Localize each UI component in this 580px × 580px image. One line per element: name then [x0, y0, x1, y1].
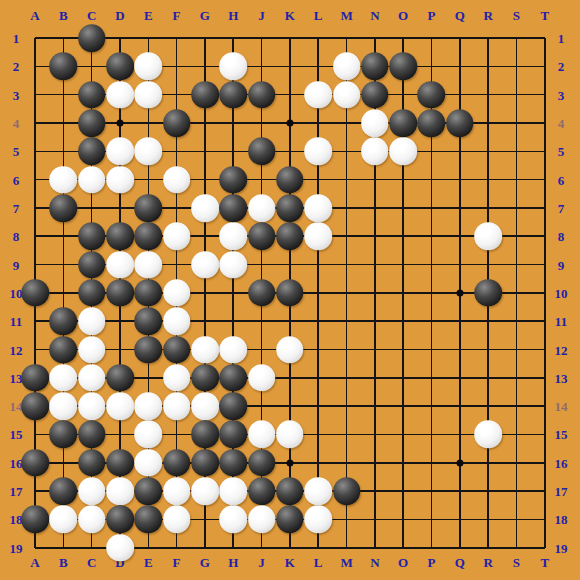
white-stone[interactable]: [78, 364, 106, 392]
black-stone[interactable]: [106, 53, 134, 81]
black-stone[interactable]: [78, 24, 106, 52]
row-label-left: 8: [13, 230, 20, 243]
column-label-top: R: [483, 9, 492, 22]
black-stone[interactable]: [248, 137, 276, 165]
column-label-top: O: [398, 9, 408, 22]
column-label-top: A: [30, 9, 39, 22]
column-label-bottom: B: [59, 556, 68, 569]
column-label-bottom: N: [370, 556, 379, 569]
black-stone[interactable]: [361, 53, 389, 81]
black-stone[interactable]: [191, 81, 219, 109]
column-label-top: N: [370, 9, 379, 22]
black-stone[interactable]: [474, 279, 502, 307]
black-stone[interactable]: [276, 166, 304, 194]
black-stone[interactable]: [219, 166, 247, 194]
white-stone[interactable]: [474, 421, 502, 449]
white-stone[interactable]: [163, 279, 191, 307]
black-stone[interactable]: [21, 392, 49, 420]
white-stone[interactable]: [78, 392, 106, 420]
white-stone[interactable]: [163, 364, 191, 392]
row-label-right: 1: [558, 32, 565, 45]
column-label-top: E: [144, 9, 153, 22]
black-stone[interactable]: [134, 222, 162, 250]
white-stone[interactable]: [106, 251, 134, 279]
black-stone[interactable]: [191, 449, 219, 477]
column-label-top: S: [513, 9, 520, 22]
white-stone[interactable]: [276, 336, 304, 364]
row-label-right: 19: [555, 541, 568, 554]
black-stone[interactable]: [446, 109, 474, 137]
row-label-left: 6: [13, 173, 20, 186]
white-stone[interactable]: [50, 506, 78, 534]
white-stone[interactable]: [163, 307, 191, 335]
column-label-top: G: [200, 9, 210, 22]
white-stone[interactable]: [191, 194, 219, 222]
white-stone[interactable]: [106, 81, 134, 109]
column-label-bottom: F: [173, 556, 181, 569]
row-label-right: 2: [558, 60, 565, 73]
white-stone[interactable]: [134, 81, 162, 109]
row-label-right: 12: [555, 343, 568, 356]
star-point: [116, 119, 123, 126]
white-stone[interactable]: [361, 109, 389, 137]
grid-line: [346, 38, 348, 548]
row-label-right: 6: [558, 173, 565, 186]
black-stone[interactable]: [78, 137, 106, 165]
row-label-left: 4: [13, 116, 20, 129]
column-label-top: F: [173, 9, 181, 22]
white-stone[interactable]: [191, 392, 219, 420]
white-stone[interactable]: [106, 392, 134, 420]
black-stone[interactable]: [50, 194, 78, 222]
row-label-right: 5: [558, 145, 565, 158]
column-label-bottom: K: [285, 556, 295, 569]
white-stone[interactable]: [134, 392, 162, 420]
star-point: [456, 459, 463, 466]
white-stone[interactable]: [248, 364, 276, 392]
black-stone[interactable]: [50, 477, 78, 505]
row-label-right: 15: [555, 428, 568, 441]
column-label-bottom: P: [427, 556, 435, 569]
column-label-top: T: [540, 9, 549, 22]
white-stone[interactable]: [219, 336, 247, 364]
row-label-left: 9: [13, 258, 20, 271]
white-stone[interactable]: [191, 251, 219, 279]
white-stone[interactable]: [163, 506, 191, 534]
black-stone[interactable]: [134, 336, 162, 364]
column-label-bottom: G: [200, 556, 210, 569]
black-stone[interactable]: [163, 336, 191, 364]
row-label-right: 17: [555, 485, 568, 498]
black-stone[interactable]: [389, 109, 417, 137]
column-label-top: B: [59, 9, 68, 22]
white-stone[interactable]: [134, 421, 162, 449]
black-stone[interactable]: [78, 279, 106, 307]
white-stone[interactable]: [474, 222, 502, 250]
black-stone[interactable]: [219, 194, 247, 222]
column-label-top: P: [427, 9, 435, 22]
white-stone[interactable]: [389, 137, 417, 165]
grid-line: [317, 38, 319, 548]
row-label-right: 8: [558, 230, 565, 243]
white-stone[interactable]: [106, 477, 134, 505]
white-stone[interactable]: [163, 392, 191, 420]
black-stone[interactable]: [418, 109, 446, 137]
row-label-right: 10: [555, 286, 568, 299]
column-label-bottom: H: [228, 556, 238, 569]
white-stone[interactable]: [191, 477, 219, 505]
white-stone[interactable]: [134, 137, 162, 165]
black-stone[interactable]: [248, 81, 276, 109]
white-stone[interactable]: [106, 534, 134, 562]
column-label-top: M: [340, 9, 352, 22]
white-stone[interactable]: [248, 194, 276, 222]
white-stone[interactable]: [219, 251, 247, 279]
row-label-left: 1: [13, 32, 20, 45]
white-stone[interactable]: [304, 81, 332, 109]
column-label-bottom: O: [398, 556, 408, 569]
black-stone[interactable]: [21, 449, 49, 477]
column-label-bottom: M: [340, 556, 352, 569]
black-stone[interactable]: [219, 81, 247, 109]
black-stone[interactable]: [248, 222, 276, 250]
black-stone[interactable]: [78, 421, 106, 449]
white-stone[interactable]: [134, 251, 162, 279]
white-stone[interactable]: [333, 81, 361, 109]
column-label-bottom: A: [30, 556, 39, 569]
grid-line: [544, 38, 546, 548]
column-label-top: D: [115, 9, 124, 22]
white-stone[interactable]: [276, 421, 304, 449]
white-stone[interactable]: [191, 336, 219, 364]
row-label-right: 16: [555, 456, 568, 469]
black-stone[interactable]: [21, 506, 49, 534]
white-stone[interactable]: [361, 137, 389, 165]
black-stone[interactable]: [78, 251, 106, 279]
row-label-left: 19: [10, 541, 23, 554]
black-stone[interactable]: [333, 477, 361, 505]
column-label-bottom: R: [483, 556, 492, 569]
white-stone[interactable]: [333, 53, 361, 81]
star-point: [286, 459, 293, 466]
white-stone[interactable]: [163, 477, 191, 505]
black-stone[interactable]: [191, 364, 219, 392]
black-stone[interactable]: [106, 279, 134, 307]
white-stone[interactable]: [78, 477, 106, 505]
column-label-top: Q: [455, 9, 465, 22]
black-stone[interactable]: [134, 506, 162, 534]
black-stone[interactable]: [21, 279, 49, 307]
column-label-bottom: Q: [455, 556, 465, 569]
black-stone[interactable]: [276, 279, 304, 307]
white-stone[interactable]: [106, 166, 134, 194]
white-stone[interactable]: [219, 222, 247, 250]
black-stone[interactable]: [219, 421, 247, 449]
black-stone[interactable]: [134, 194, 162, 222]
black-stone[interactable]: [106, 364, 134, 392]
black-stone[interactable]: [248, 449, 276, 477]
go-board[interactable]: AABBCCDDEEFFGGHHJJKKLLMMNNOOPPQQRRSSTT11…: [0, 0, 580, 580]
white-stone[interactable]: [50, 364, 78, 392]
white-stone[interactable]: [304, 137, 332, 165]
row-label-left: 5: [13, 145, 20, 158]
black-stone[interactable]: [276, 506, 304, 534]
black-stone[interactable]: [134, 307, 162, 335]
column-label-top: C: [87, 9, 96, 22]
white-stone[interactable]: [304, 477, 332, 505]
black-stone[interactable]: [191, 421, 219, 449]
black-stone[interactable]: [50, 421, 78, 449]
black-stone[interactable]: [50, 336, 78, 364]
column-label-bottom: L: [314, 556, 323, 569]
white-stone[interactable]: [134, 449, 162, 477]
white-stone[interactable]: [106, 137, 134, 165]
row-label-right: 13: [555, 371, 568, 384]
black-stone[interactable]: [219, 364, 247, 392]
row-label-left: 17: [10, 485, 23, 498]
white-stone[interactable]: [163, 166, 191, 194]
column-label-bottom: J: [258, 556, 265, 569]
column-label-bottom: E: [144, 556, 153, 569]
column-label-top: J: [258, 9, 265, 22]
white-stone[interactable]: [304, 194, 332, 222]
black-stone[interactable]: [389, 53, 417, 81]
black-stone[interactable]: [50, 307, 78, 335]
white-stone[interactable]: [78, 336, 106, 364]
go-board-app: AABBCCDDEEFFGGHHJJKKLLMMNNOOPPQQRRSSTT11…: [0, 0, 580, 580]
black-stone[interactable]: [418, 81, 446, 109]
black-stone[interactable]: [78, 449, 106, 477]
white-stone[interactable]: [219, 506, 247, 534]
column-label-top: L: [314, 9, 323, 22]
black-stone[interactable]: [50, 53, 78, 81]
white-stone[interactable]: [50, 392, 78, 420]
black-stone[interactable]: [219, 449, 247, 477]
white-stone[interactable]: [248, 421, 276, 449]
row-label-left: 11: [10, 315, 22, 328]
row-label-right: 7: [558, 201, 565, 214]
black-stone[interactable]: [276, 194, 304, 222]
black-stone[interactable]: [361, 81, 389, 109]
white-stone[interactable]: [304, 222, 332, 250]
black-stone[interactable]: [276, 222, 304, 250]
black-stone[interactable]: [248, 279, 276, 307]
black-stone[interactable]: [134, 279, 162, 307]
white-stone[interactable]: [248, 506, 276, 534]
white-stone[interactable]: [304, 506, 332, 534]
row-label-left: 12: [10, 343, 23, 356]
grid-line: [35, 320, 545, 322]
black-stone[interactable]: [21, 364, 49, 392]
white-stone[interactable]: [219, 477, 247, 505]
row-label-right: 9: [558, 258, 565, 271]
white-stone[interactable]: [50, 166, 78, 194]
row-label-right: 4: [558, 116, 565, 129]
row-label-left: 3: [13, 88, 20, 101]
column-label-top: K: [285, 9, 295, 22]
star-point: [456, 289, 463, 296]
row-label-right: 11: [555, 315, 567, 328]
black-stone[interactable]: [219, 392, 247, 420]
white-stone[interactable]: [78, 506, 106, 534]
column-label-bottom: T: [540, 556, 549, 569]
white-stone[interactable]: [163, 222, 191, 250]
black-stone[interactable]: [106, 449, 134, 477]
black-stone[interactable]: [78, 109, 106, 137]
black-stone[interactable]: [163, 109, 191, 137]
white-stone[interactable]: [78, 166, 106, 194]
black-stone[interactable]: [78, 222, 106, 250]
grid-line: [516, 38, 518, 548]
row-label-right: 3: [558, 88, 565, 101]
column-label-top: H: [228, 9, 238, 22]
black-stone[interactable]: [106, 222, 134, 250]
white-stone[interactable]: [134, 53, 162, 81]
row-label-right: 14: [555, 400, 568, 413]
black-stone[interactable]: [78, 81, 106, 109]
black-stone[interactable]: [163, 449, 191, 477]
black-stone[interactable]: [134, 477, 162, 505]
row-label-left: 7: [13, 201, 20, 214]
star-point: [286, 119, 293, 126]
white-stone[interactable]: [219, 53, 247, 81]
black-stone[interactable]: [248, 477, 276, 505]
column-label-bottom: S: [513, 556, 520, 569]
black-stone[interactable]: [106, 506, 134, 534]
column-label-bottom: C: [87, 556, 96, 569]
white-stone[interactable]: [78, 307, 106, 335]
black-stone[interactable]: [276, 477, 304, 505]
row-label-left: 15: [10, 428, 23, 441]
row-label-left: 2: [13, 60, 20, 73]
row-label-right: 18: [555, 513, 568, 526]
